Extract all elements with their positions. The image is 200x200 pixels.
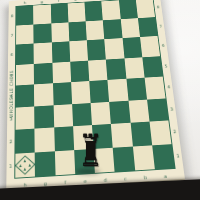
square-h4[interactable] [16,84,35,107]
square-h8[interactable] [16,6,33,26]
square-g2[interactable] [35,127,55,152]
square-b7[interactable] [120,18,140,38]
square-f8[interactable] [50,3,68,23]
square-f3[interactable] [53,104,73,128]
square-c8[interactable] [102,0,121,20]
square-b6[interactable] [122,37,142,58]
square-h7[interactable] [16,24,34,44]
square-e5[interactable] [70,60,89,82]
square-g1[interactable] [35,151,55,177]
square-c1[interactable] [113,146,135,172]
coord-label: 8 [9,7,15,26]
black-rook[interactable]: ♜ [79,128,96,174]
square-e6[interactable] [69,40,88,61]
square-f7[interactable] [51,22,69,42]
square-g6[interactable] [34,42,52,63]
square-c2[interactable] [111,123,132,148]
piece-highlight [85,138,91,141]
square-f1[interactable] [54,150,75,176]
square-b5[interactable] [124,57,144,79]
square-c6[interactable] [104,38,124,59]
coord-label: 6 [8,45,14,65]
square-c7[interactable] [103,19,122,39]
coord-label: 2 [7,130,14,154]
square-d4[interactable] [89,80,109,103]
square-h2[interactable] [15,129,34,154]
square-d7[interactable] [86,20,105,40]
square-c3[interactable] [109,100,130,124]
square-h6[interactable] [16,43,34,64]
square-a1[interactable] [152,144,175,170]
brand-corner-logo: ♟♟♟♟ [15,155,36,175]
square-f2[interactable] [54,126,74,151]
coord-label: 7 [9,25,15,45]
square-b8[interactable] [119,0,138,19]
rook-glyph: ♜ [79,125,102,176]
square-a3[interactable] [147,98,169,122]
square-h3[interactable] [16,106,35,130]
square-b4[interactable] [126,78,147,101]
square-g7[interactable] [34,23,52,43]
square-e8[interactable] [67,2,85,22]
square-d5[interactable] [88,59,108,81]
square-a7[interactable] [138,17,158,37]
square-d6[interactable] [87,39,106,60]
square-e4[interactable] [71,81,91,104]
square-a2[interactable] [149,120,171,144]
square-d3[interactable] [91,101,111,125]
square-b2[interactable] [130,122,152,147]
square-a5[interactable] [142,56,163,78]
square-e7[interactable] [68,21,87,41]
square-c5[interactable] [106,58,126,80]
square-h5[interactable] [16,64,34,86]
square-b1[interactable] [132,145,154,171]
square-a6[interactable] [140,36,160,57]
square-f4[interactable] [53,82,72,105]
square-f5[interactable] [52,61,71,83]
square-g4[interactable] [34,83,53,106]
square-a8[interactable] [136,0,155,18]
coord-label: 1 [7,153,14,178]
square-a4[interactable] [144,77,165,100]
photo-scene: hgfedcba hgfedcba 87654321 87654321 WHOL… [0,0,200,200]
square-b3[interactable] [128,99,149,123]
square-g8[interactable] [33,4,51,24]
square-g5[interactable] [34,62,53,84]
square-h1[interactable]: ♟♟♟♟ [15,152,35,178]
square-f6[interactable] [51,41,70,62]
square-d8[interactable] [84,1,102,21]
square-c4[interactable] [108,79,128,102]
square-g3[interactable] [34,105,53,129]
square-e3[interactable] [72,103,92,127]
